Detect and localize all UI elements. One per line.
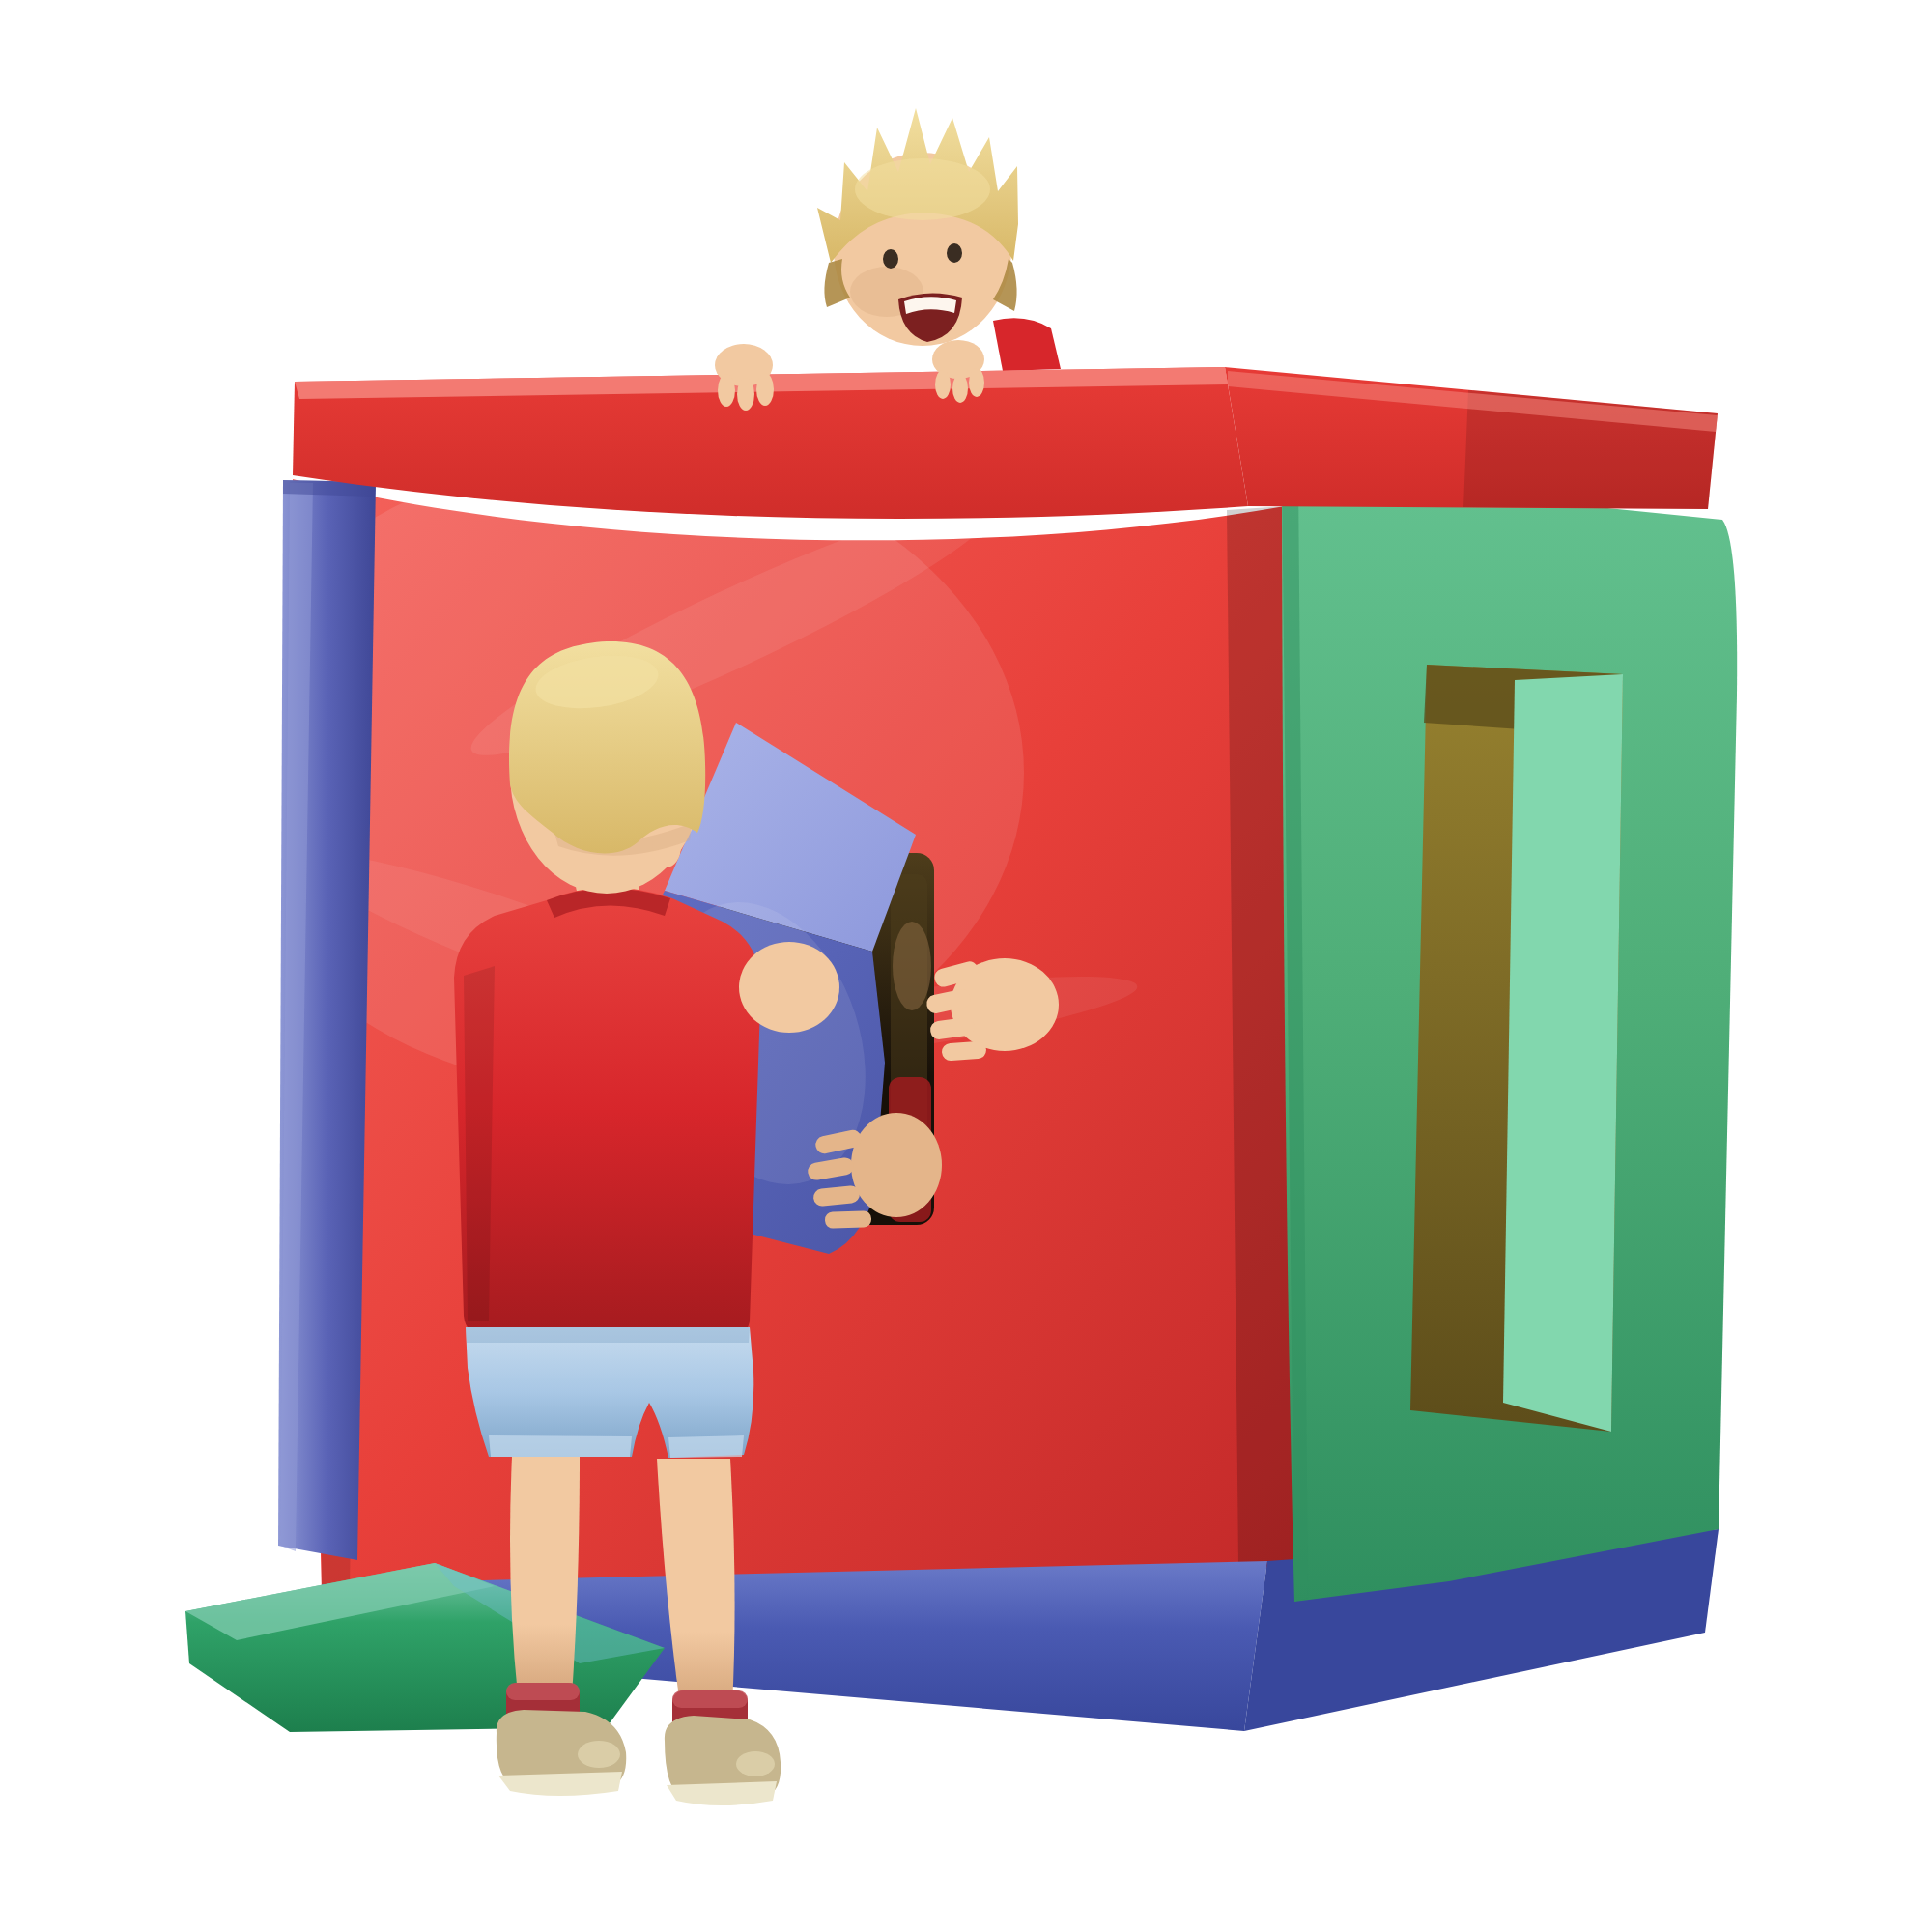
boy-eye-right xyxy=(947,243,962,263)
side-panel-green xyxy=(1279,475,1737,1602)
sock-right-roll xyxy=(672,1690,748,1708)
shoe-left-sole xyxy=(498,1772,622,1796)
shorts-cuff-left xyxy=(489,1435,632,1457)
shoe-right-sole xyxy=(667,1781,777,1805)
toddler-leg-left xyxy=(510,1457,580,1695)
hole-inside-face-hint xyxy=(893,922,931,1010)
shorts-waist-shadow xyxy=(466,1327,750,1343)
window-mint-reveal xyxy=(1503,674,1623,1432)
shorts-cuff-right xyxy=(668,1435,744,1458)
inside-finger-4 xyxy=(825,1210,872,1229)
boy-peeking xyxy=(817,108,1061,371)
boy-hair-highlight xyxy=(855,158,990,220)
boy-hand-left-finger-2 xyxy=(737,378,754,411)
inside-palm xyxy=(851,1113,942,1217)
boy-hand-right-finger-2 xyxy=(952,374,968,403)
boy-hand-right-finger-1 xyxy=(935,370,951,399)
boy-shoulder-shirt xyxy=(993,318,1061,371)
shoe-right-toe-highlight xyxy=(736,1751,775,1776)
boy-hand-left-finger-1 xyxy=(718,374,735,407)
sock-left-roll xyxy=(506,1683,580,1700)
shoe-left-toe-highlight xyxy=(578,1741,620,1768)
toddler-hand-left xyxy=(739,942,839,1033)
toddler-shirt xyxy=(454,887,761,1336)
top-lid-red xyxy=(293,367,1718,519)
scene-canvas xyxy=(0,0,1932,1932)
photo-soft-play-cube xyxy=(0,0,1932,1932)
boy-hand-left-finger-3 xyxy=(756,373,774,406)
boy-eye-left xyxy=(883,249,898,269)
boy-hand-right-finger-3 xyxy=(969,368,984,397)
toddler-right-finger-4 xyxy=(941,1040,986,1061)
window-opening xyxy=(1410,665,1623,1432)
